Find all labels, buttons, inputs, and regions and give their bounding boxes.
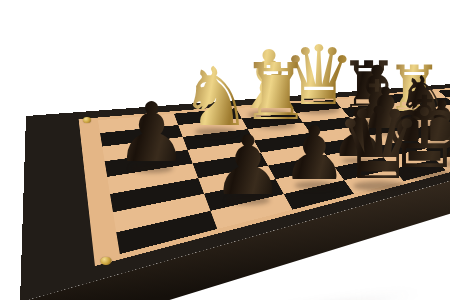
brass-screw: [83, 117, 91, 123]
piece-black-queen-d1: ♛: [334, 94, 423, 194]
brass-screw: [100, 257, 111, 265]
piece-black-pawn-a5: ♟: [115, 93, 189, 175]
piece-black-pawn-b2: ♟: [211, 125, 284, 207]
pieces-layer: ♝♛♞♜♜♝♜♟♟♞♟♟♟♟♟♟♛♚♝♞♜: [0, 0, 450, 300]
product-photo-scene: ♝♛♞♜♜♝♜♟♟♞♟♟♟♟♟♟♛♚♝♞♜: [0, 0, 450, 300]
